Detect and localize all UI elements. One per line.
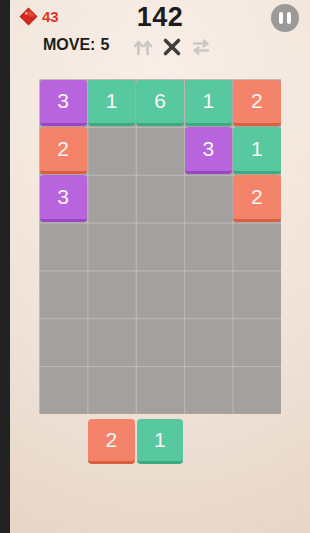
tile-1-green[interactable]: 1 — [88, 80, 135, 127]
swap-button[interactable] — [191, 37, 211, 57]
double-up-arrows-icon — [133, 37, 153, 57]
powerup-bar — [133, 37, 211, 57]
score: 142 — [10, 2, 310, 33]
tile-2-orange[interactable]: 2 — [233, 80, 280, 127]
incoming-tile-2-orange[interactable]: 2 — [88, 419, 135, 464]
swap-arrows-icon — [191, 37, 211, 57]
tile-1-green[interactable]: 1 — [233, 127, 280, 174]
tile-3-purple[interactable]: 3 — [40, 175, 87, 222]
shuffle-button[interactable] — [162, 37, 182, 57]
tile-3-purple[interactable]: 3 — [185, 127, 232, 174]
tile-3-purple[interactable]: 3 — [40, 80, 87, 127]
incoming-tile-1-green[interactable]: 1 — [137, 419, 184, 464]
tile-6-green[interactable]: 6 — [136, 80, 183, 127]
pause-icon — [279, 12, 283, 24]
tile-2-orange[interactable]: 2 — [233, 175, 280, 222]
move-value: 5 — [100, 36, 109, 54]
push-up-button[interactable] — [133, 37, 153, 57]
move-label: MOVE: — [43, 36, 95, 54]
game-screen: 43 142 MOVE: 5 — [10, 0, 310, 533]
pause-button[interactable] — [271, 4, 299, 32]
shuffle-cross-icon — [162, 37, 182, 57]
board[interactable]: 3161223132 — [39, 79, 281, 414]
move-counter: MOVE: 5 — [43, 36, 109, 54]
tile-2-orange[interactable]: 2 — [40, 127, 87, 174]
tile-1-green[interactable]: 1 — [185, 80, 232, 127]
